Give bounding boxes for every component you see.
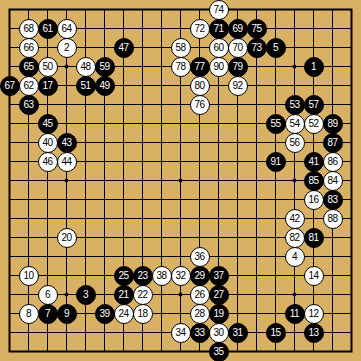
stone-black-19: 19 <box>209 304 229 324</box>
stone-black-57: 57 <box>304 95 324 115</box>
stone-black-69: 69 <box>228 19 248 39</box>
stone-white-76: 76 <box>190 95 210 115</box>
stone-white-2: 2 <box>57 38 77 58</box>
stone-white-34: 34 <box>171 323 191 343</box>
stone-black-43: 43 <box>57 133 77 153</box>
stone-white-6: 6 <box>38 285 58 305</box>
stone-white-72: 72 <box>190 19 210 39</box>
stone-white-40: 40 <box>38 133 58 153</box>
stone-white-8: 8 <box>19 304 39 324</box>
stone-white-28: 28 <box>190 304 210 324</box>
stone-white-54: 54 <box>285 114 305 134</box>
stone-black-21: 21 <box>114 285 134 305</box>
stone-white-74: 74 <box>209 0 229 20</box>
go-board-stones: 1234567891011121314151617181920212223242… <box>0 0 361 361</box>
stone-black-23: 23 <box>133 266 153 286</box>
stone-white-66: 66 <box>19 38 39 58</box>
stone-black-61: 61 <box>38 19 58 39</box>
stone-black-5: 5 <box>266 38 286 58</box>
stone-black-51: 51 <box>76 76 96 96</box>
stone-black-67: 67 <box>0 76 20 96</box>
stone-white-22: 22 <box>133 285 153 305</box>
stone-black-85: 85 <box>304 171 324 191</box>
stone-white-36: 36 <box>190 247 210 267</box>
stone-black-83: 83 <box>323 190 343 210</box>
stone-black-77: 77 <box>190 57 210 77</box>
stone-white-56: 56 <box>285 133 305 153</box>
stone-black-7: 7 <box>38 304 58 324</box>
go-board[interactable]: 1234567891011121314151617181920212223242… <box>0 0 361 361</box>
stone-black-63: 63 <box>19 95 39 115</box>
stone-black-1: 1 <box>304 57 324 77</box>
stone-white-26: 26 <box>190 285 210 305</box>
stone-black-25: 25 <box>114 266 134 286</box>
stone-white-78: 78 <box>171 57 191 77</box>
stone-black-47: 47 <box>114 38 134 58</box>
stone-white-86: 86 <box>323 152 343 172</box>
stone-white-24: 24 <box>114 304 134 324</box>
stone-black-81: 81 <box>304 228 324 248</box>
stone-white-68: 68 <box>19 19 39 39</box>
stone-white-4: 4 <box>285 247 305 267</box>
stone-black-9: 9 <box>57 304 77 324</box>
stone-white-16: 16 <box>304 190 324 210</box>
stone-black-29: 29 <box>190 266 210 286</box>
stone-white-14: 14 <box>304 266 324 286</box>
stone-black-59: 59 <box>95 57 115 77</box>
stone-white-42: 42 <box>285 209 305 229</box>
stone-white-32: 32 <box>171 266 191 286</box>
stone-white-44: 44 <box>57 152 77 172</box>
stone-white-80: 80 <box>190 76 210 96</box>
stone-white-52: 52 <box>304 114 324 134</box>
stone-white-90: 90 <box>209 57 229 77</box>
stone-black-41: 41 <box>304 152 324 172</box>
stone-white-58: 58 <box>171 38 191 58</box>
stone-white-70: 70 <box>228 38 248 58</box>
stone-black-35: 35 <box>209 342 229 361</box>
stone-white-18: 18 <box>133 304 153 324</box>
stone-black-11: 11 <box>285 304 305 324</box>
stone-white-10: 10 <box>19 266 39 286</box>
stone-black-37: 37 <box>209 266 229 286</box>
stone-black-75: 75 <box>247 19 267 39</box>
stone-white-88: 88 <box>323 209 343 229</box>
stone-white-60: 60 <box>209 38 229 58</box>
stone-white-38: 38 <box>152 266 172 286</box>
stone-white-50: 50 <box>38 57 58 77</box>
stone-black-45: 45 <box>38 114 58 134</box>
stone-white-20: 20 <box>57 228 77 248</box>
stone-white-62: 62 <box>19 76 39 96</box>
stone-black-55: 55 <box>266 114 286 134</box>
stone-black-79: 79 <box>228 57 248 77</box>
stone-black-71: 71 <box>209 19 229 39</box>
stone-black-17: 17 <box>38 76 58 96</box>
stone-white-92: 92 <box>228 76 248 96</box>
stone-black-31: 31 <box>228 323 248 343</box>
stone-white-82: 82 <box>285 228 305 248</box>
stone-white-48: 48 <box>76 57 96 77</box>
stone-black-33: 33 <box>190 323 210 343</box>
stone-white-64: 64 <box>57 19 77 39</box>
stone-white-12: 12 <box>304 304 324 324</box>
stone-black-49: 49 <box>95 76 115 96</box>
stone-black-39: 39 <box>95 304 115 324</box>
stone-black-87: 87 <box>323 133 343 153</box>
stone-black-53: 53 <box>285 95 305 115</box>
stone-black-73: 73 <box>247 38 267 58</box>
stone-black-65: 65 <box>19 57 39 77</box>
stone-black-13: 13 <box>304 323 324 343</box>
stone-black-3: 3 <box>76 285 96 305</box>
stone-white-84: 84 <box>323 171 343 191</box>
stone-black-91: 91 <box>266 152 286 172</box>
stone-white-30: 30 <box>209 323 229 343</box>
stone-black-15: 15 <box>266 323 286 343</box>
stone-white-46: 46 <box>38 152 58 172</box>
stone-black-27: 27 <box>209 285 229 305</box>
stone-black-89: 89 <box>323 114 343 134</box>
